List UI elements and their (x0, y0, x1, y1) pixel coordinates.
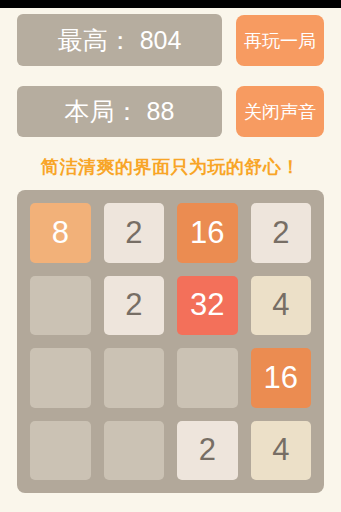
tile-2: 2 (104, 203, 165, 263)
empty-cell (30, 421, 91, 481)
tile-32: 32 (177, 276, 238, 336)
tile-2: 2 (251, 203, 312, 263)
app-2048: 最高： 804 再玩一局 本局： 88 关闭声音 简洁清爽的界面只为玩的舒心！ … (0, 0, 341, 512)
empty-cell (104, 421, 165, 481)
tile-2: 2 (104, 276, 165, 336)
empty-cell (30, 276, 91, 336)
current-score-label: 本局： (65, 95, 140, 128)
tile-2: 2 (177, 421, 238, 481)
current-score-box: 本局： 88 (17, 86, 222, 137)
empty-cell (104, 348, 165, 408)
tile-8: 8 (30, 203, 91, 263)
tagline: 简洁清爽的界面只为玩的舒心！ (0, 155, 341, 179)
tile-4: 4 (251, 276, 312, 336)
best-score-box: 最高： 804 (17, 14, 222, 66)
tile-16: 16 (177, 203, 238, 263)
current-score-value: 88 (147, 97, 175, 126)
best-score-label: 最高： (58, 24, 133, 57)
replay-button[interactable]: 再玩一局 (236, 15, 324, 66)
tile-4: 4 (251, 421, 312, 481)
empty-cell (30, 348, 91, 408)
empty-cell (177, 348, 238, 408)
status-bar (0, 0, 341, 8)
tile-16: 16 (251, 348, 312, 408)
best-score-value: 804 (140, 26, 182, 55)
game-board[interactable]: 8216223241624 (17, 190, 324, 493)
sound-toggle-button[interactable]: 关闭声音 (236, 86, 324, 137)
